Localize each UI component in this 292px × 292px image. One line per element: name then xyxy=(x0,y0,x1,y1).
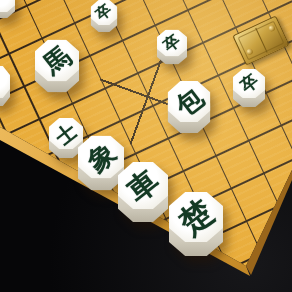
piece-face: 車 xyxy=(118,162,168,209)
piece-glyph-cha: 車 xyxy=(122,164,164,206)
piece-glyph-sa: 士 xyxy=(52,119,80,147)
piece-glyph-cho: 楚 xyxy=(174,195,219,240)
piece-face: 卒 xyxy=(233,69,265,98)
piece-corner-partial[interactable] xyxy=(0,0,15,18)
piece-face: 包 xyxy=(168,81,211,122)
piece-jol-1[interactable]: 卒 xyxy=(91,0,118,32)
piece-layer: 卒卒馬卒包士象車楚 xyxy=(0,0,292,292)
piece-glyph-jol-1: 卒 xyxy=(93,2,114,23)
piece-face: 卒 xyxy=(91,0,118,25)
piece-jol-2[interactable]: 卒 xyxy=(157,30,187,65)
piece-jol-3[interactable]: 卒 xyxy=(233,69,265,107)
piece-glyph-sang: 象 xyxy=(82,138,120,176)
piece-edge-partial[interactable] xyxy=(0,66,10,106)
piece-cho[interactable]: 楚 xyxy=(169,192,223,256)
piece-glyph-jol-2: 卒 xyxy=(161,32,183,54)
piece-glyph-jol-3: 卒 xyxy=(237,72,261,96)
janggi-photo-stage: 卒卒馬卒包士象車楚 xyxy=(0,0,292,292)
piece-face: 馬 xyxy=(35,40,79,82)
piece-face: 卒 xyxy=(157,30,187,57)
piece-face: 楚 xyxy=(169,192,223,242)
piece-glyph-po: 包 xyxy=(171,83,207,119)
piece-ma[interactable]: 馬 xyxy=(35,40,79,93)
piece-glyph-ma: 馬 xyxy=(39,42,75,78)
piece-cha[interactable]: 車 xyxy=(118,162,168,222)
piece-po[interactable]: 包 xyxy=(168,81,211,133)
